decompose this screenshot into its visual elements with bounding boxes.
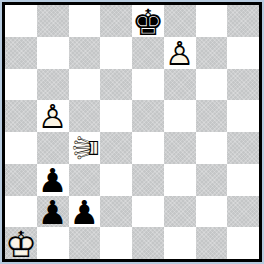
black-pawn-b3[interactable]: ♟ [37, 164, 69, 196]
square-e2[interactable] [132, 196, 164, 228]
black-king-icon: ♚ [132, 5, 164, 41]
square-c7[interactable] [69, 37, 101, 69]
square-e7[interactable] [132, 37, 164, 69]
square-d1[interactable] [100, 227, 132, 259]
square-f3[interactable] [164, 164, 196, 196]
black-pawn-icon: ♟ [70, 196, 100, 229]
square-f7[interactable]: ♟♙ [164, 37, 196, 69]
square-h3[interactable] [227, 164, 259, 196]
white-queen-rotated-c4[interactable]: ♛♕ [69, 132, 101, 164]
square-e8[interactable]: ♚ [132, 5, 164, 37]
diagram-frame: ♚♟♙♟♙♛♕♟♟♟♚♔ [0, 0, 264, 264]
square-a8[interactable] [5, 5, 37, 37]
white-king-a1[interactable]: ♚♔ [5, 227, 37, 259]
white-queen-icon: ♕ [69, 133, 103, 163]
square-h8[interactable] [227, 5, 259, 37]
square-f6[interactable] [164, 69, 196, 101]
white-pawn-icon: ♙ [165, 37, 195, 70]
square-g3[interactable] [196, 164, 228, 196]
square-b2[interactable]: ♟ [37, 196, 69, 228]
square-c8[interactable] [69, 5, 101, 37]
white-pawn-icon: ♙ [38, 100, 68, 133]
square-d6[interactable] [100, 69, 132, 101]
square-g7[interactable] [196, 37, 228, 69]
square-h4[interactable] [227, 132, 259, 164]
black-pawn-icon: ♟ [38, 196, 68, 229]
square-g8[interactable] [196, 5, 228, 37]
square-g2[interactable] [196, 196, 228, 228]
square-c1[interactable] [69, 227, 101, 259]
square-b7[interactable] [37, 37, 69, 69]
square-g4[interactable] [196, 132, 228, 164]
square-e3[interactable] [132, 164, 164, 196]
square-f2[interactable] [164, 196, 196, 228]
black-pawn-c2[interactable]: ♟ [69, 196, 101, 228]
square-a6[interactable] [5, 69, 37, 101]
square-g1[interactable] [196, 227, 228, 259]
square-a1[interactable]: ♚♔ [5, 227, 37, 259]
square-f8[interactable] [164, 5, 196, 37]
square-a4[interactable] [5, 132, 37, 164]
square-d7[interactable] [100, 37, 132, 69]
square-f5[interactable] [164, 100, 196, 132]
square-c3[interactable] [69, 164, 101, 196]
square-b8[interactable] [37, 5, 69, 37]
square-c6[interactable] [69, 69, 101, 101]
square-f1[interactable] [164, 227, 196, 259]
chessboard: ♚♟♙♟♙♛♕♟♟♟♚♔ [5, 5, 259, 259]
square-a7[interactable] [5, 37, 37, 69]
square-f4[interactable] [164, 132, 196, 164]
square-c2[interactable]: ♟ [69, 196, 101, 228]
square-c4[interactable]: ♛♕ [69, 132, 101, 164]
square-g6[interactable] [196, 69, 228, 101]
square-d3[interactable] [100, 164, 132, 196]
square-g5[interactable] [196, 100, 228, 132]
black-king-e8[interactable]: ♚ [132, 5, 164, 37]
square-h2[interactable] [227, 196, 259, 228]
square-b1[interactable] [37, 227, 69, 259]
square-e5[interactable] [132, 100, 164, 132]
square-h7[interactable] [227, 37, 259, 69]
square-b5[interactable]: ♟♙ [37, 100, 69, 132]
square-e4[interactable] [132, 132, 164, 164]
square-a2[interactable] [5, 196, 37, 228]
square-e1[interactable] [132, 227, 164, 259]
black-pawn-b2[interactable]: ♟ [37, 196, 69, 228]
white-king-icon: ♔ [5, 227, 37, 263]
square-d8[interactable] [100, 5, 132, 37]
square-b3[interactable]: ♟ [37, 164, 69, 196]
square-a3[interactable] [5, 164, 37, 196]
square-b6[interactable] [37, 69, 69, 101]
square-c5[interactable] [69, 100, 101, 132]
square-h5[interactable] [227, 100, 259, 132]
square-d2[interactable] [100, 196, 132, 228]
white-pawn-b5[interactable]: ♟♙ [37, 100, 69, 132]
square-a5[interactable] [5, 100, 37, 132]
board-border: ♚♟♙♟♙♛♕♟♟♟♚♔ [2, 2, 262, 262]
black-pawn-icon: ♟ [38, 164, 68, 197]
square-h6[interactable] [227, 69, 259, 101]
white-pawn-f7[interactable]: ♟♙ [164, 37, 196, 69]
square-h1[interactable] [227, 227, 259, 259]
square-e6[interactable] [132, 69, 164, 101]
square-b4[interactable] [37, 132, 69, 164]
square-d5[interactable] [100, 100, 132, 132]
